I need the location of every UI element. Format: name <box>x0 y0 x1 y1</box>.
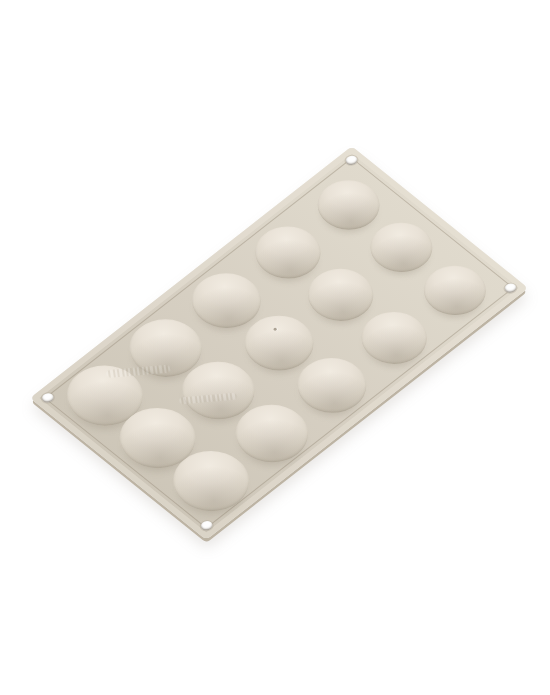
cavity-grid <box>47 160 511 526</box>
silicone-mold-tray <box>30 146 528 540</box>
product-photo <box>0 0 550 695</box>
